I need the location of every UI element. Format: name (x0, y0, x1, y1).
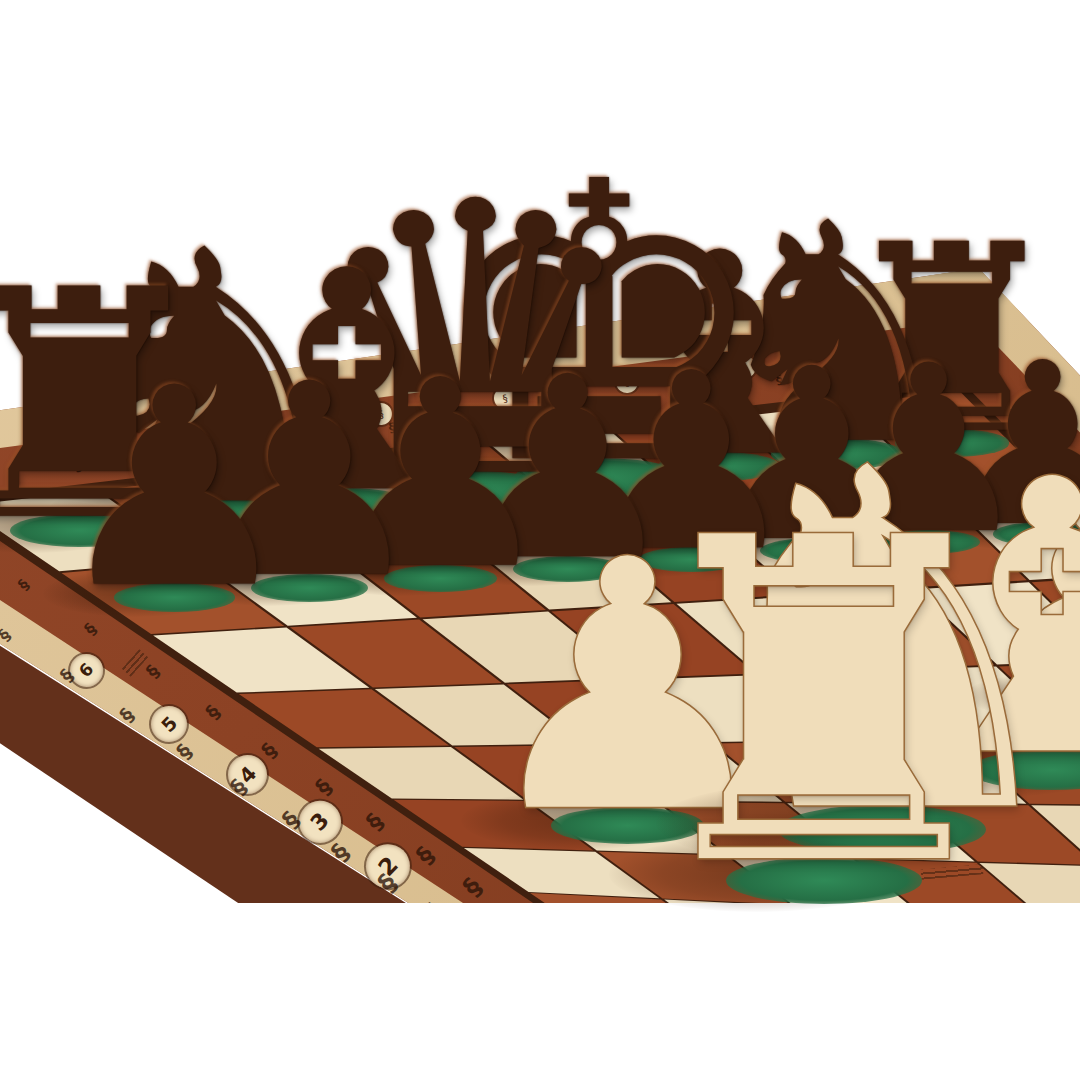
photo-scene: 65432§§§§§§§§§§§§§§§§§§§§§§§§§§§§§§§§§§§… (0, 0, 1080, 1080)
piece-white-rook-c2[interactable]: ♜ (624, 481, 1024, 927)
piece-black-pawn-a7[interactable]: ♟ (52, 353, 298, 627)
